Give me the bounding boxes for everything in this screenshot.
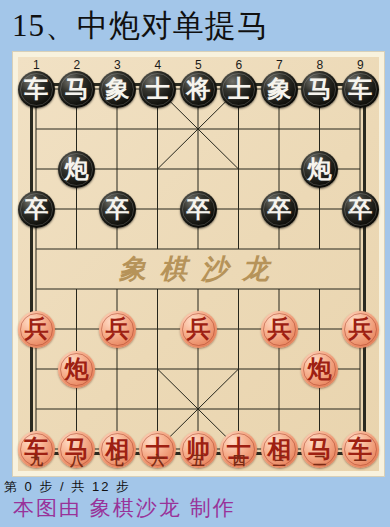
piece-black-象[interactable]: 象 — [99, 71, 136, 108]
piece-black-车[interactable]: 车 — [342, 71, 379, 108]
piece-black-士[interactable]: 士 — [139, 71, 176, 108]
file-label: 四 — [219, 452, 260, 470]
piece-black-马[interactable]: 马 — [58, 71, 95, 108]
file-label: 五 — [178, 452, 219, 470]
piece-black-车[interactable]: 车 — [18, 71, 55, 108]
file-numbers-bottom: 九 八 七 六 五 四 三 二 一 — [16, 452, 381, 470]
piece-black-卒[interactable]: 卒 — [18, 191, 55, 228]
credit-text: 本图由 象棋沙龙 制作 — [13, 494, 236, 522]
file-label: 七 — [97, 452, 138, 470]
piece-black-炮[interactable]: 炮 — [301, 151, 338, 188]
file-label: 二 — [300, 452, 341, 470]
piece-black-卒[interactable]: 卒 — [342, 191, 379, 228]
piece-black-马[interactable]: 马 — [301, 71, 338, 108]
file-label: 一 — [340, 452, 381, 470]
piece-red-炮[interactable]: 炮 — [301, 351, 338, 388]
piece-grid: 车马象士将士象马车炮炮卒卒卒卒卒兵兵兵兵兵炮炮车马相士帅士相马车 — [16, 69, 381, 469]
xiangqi-board[interactable]: 象棋沙龙 1 2 3 4 5 6 7 8 9 车马象士将士象马车炮炮卒卒卒卒卒兵… — [18, 57, 379, 471]
piece-red-兵[interactable]: 兵 — [18, 311, 55, 348]
piece-black-士[interactable]: 士 — [220, 71, 257, 108]
piece-black-卒[interactable]: 卒 — [99, 191, 136, 228]
piece-red-兵[interactable]: 兵 — [180, 311, 217, 348]
piece-red-兵[interactable]: 兵 — [342, 311, 379, 348]
file-label: 六 — [138, 452, 179, 470]
piece-red-兵[interactable]: 兵 — [99, 311, 136, 348]
piece-black-卒[interactable]: 卒 — [261, 191, 298, 228]
file-label: 九 — [16, 452, 57, 470]
file-label: 八 — [57, 452, 98, 470]
board-frame: 象棋沙龙 1 2 3 4 5 6 7 8 9 车马象士将士象马车炮炮卒卒卒卒卒兵… — [13, 52, 384, 476]
piece-black-象[interactable]: 象 — [261, 71, 298, 108]
file-label: 三 — [259, 452, 300, 470]
piece-black-将[interactable]: 将 — [180, 71, 217, 108]
piece-red-兵[interactable]: 兵 — [261, 311, 298, 348]
piece-red-炮[interactable]: 炮 — [58, 351, 95, 388]
page-title: 15、中炮对单提马 — [12, 2, 269, 50]
page: 15、中炮对单提马 — [0, 0, 390, 527]
piece-black-卒[interactable]: 卒 — [180, 191, 217, 228]
piece-black-炮[interactable]: 炮 — [58, 151, 95, 188]
